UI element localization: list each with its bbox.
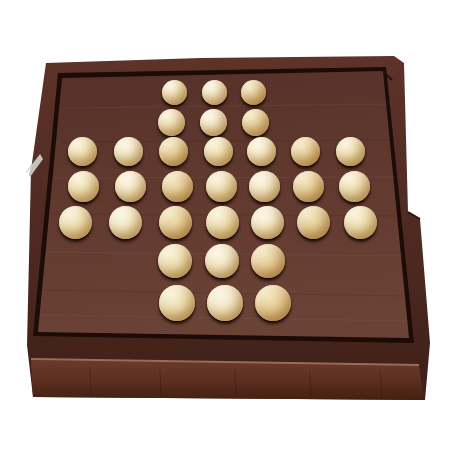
peg-ball-r2c1[interactable] [158,109,185,136]
peg-ball-r5c2[interactable] [109,206,142,239]
peg-ball-r2c3[interactable] [242,109,269,136]
peg-ball-r7c2[interactable] [207,285,243,321]
peg-ball-r3c5[interactable] [247,137,276,166]
peg-ball-r2c2[interactable] [200,109,227,136]
peg-ball-r4c1[interactable] [68,171,99,202]
peg-ball-r3c3[interactable] [159,137,188,166]
board-row-7 [0,285,450,321]
board-row-2 [0,109,450,136]
peg-ball-r4c4[interactable] [206,171,237,202]
peg-ball-r5c5[interactable] [251,206,284,239]
peg-ball-r3c6[interactable] [291,137,320,166]
peg-ball-r1c2[interactable] [202,80,227,105]
board-row-4 [0,171,450,202]
peg-ball-r7c1[interactable] [159,285,195,321]
peg-ball-r4c6[interactable] [293,171,324,202]
peg-ball-r3c1[interactable] [68,137,97,166]
board-row-3 [0,137,450,166]
peg-ball-r4c3[interactable] [162,171,193,202]
peg-ball-r5c6[interactable] [297,206,330,239]
board-row-5 [0,206,450,239]
peg-ball-r1c3[interactable] [241,80,266,105]
peg-ball-r5c3[interactable] [159,206,192,239]
peg-board [0,0,450,450]
peg-ball-r6c3[interactable] [251,244,285,278]
peg-ball-r3c7[interactable] [336,137,365,166]
peg-ball-r1c1[interactable] [162,80,187,105]
peg-ball-r5c4[interactable] [206,206,239,239]
peg-ball-r4c7[interactable] [339,171,370,202]
peg-ball-r6c2[interactable] [205,244,239,278]
peg-ball-r3c4[interactable] [204,137,233,166]
peg-ball-r5c7[interactable] [344,206,377,239]
board-row-6 [0,244,450,278]
peg-ball-r3c2[interactable] [114,137,143,166]
product-photo-scene [0,0,450,450]
peg-ball-r5c1[interactable] [59,206,92,239]
peg-ball-r4c5[interactable] [249,171,280,202]
peg-ball-r7c3[interactable] [255,285,291,321]
board-row-1 [0,80,450,105]
peg-ball-r4c2[interactable] [115,171,146,202]
peg-ball-r6c1[interactable] [158,244,192,278]
